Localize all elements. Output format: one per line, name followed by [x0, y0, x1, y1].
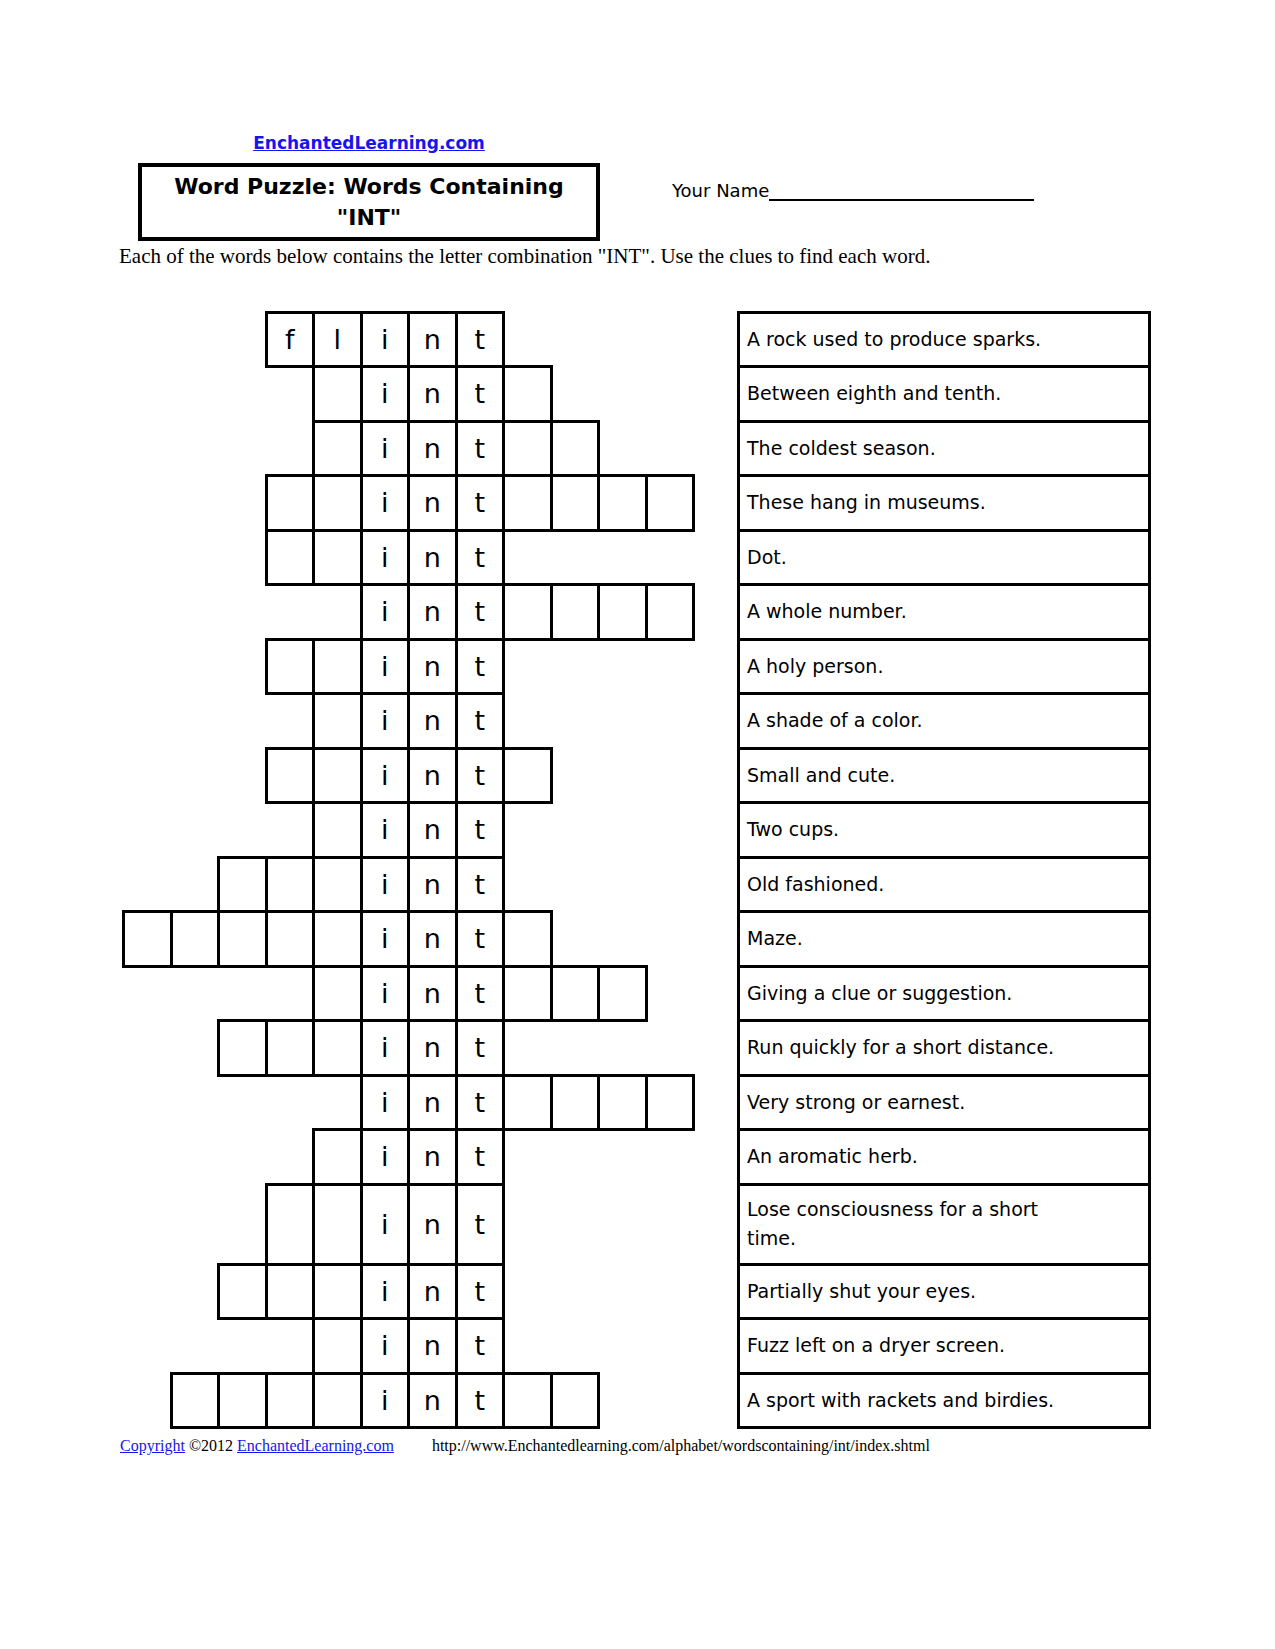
grid-cell-letter: t	[455, 529, 506, 587]
grid-cell-empty[interactable]	[550, 965, 601, 1023]
clue-row: Run quickly for a short distance.	[737, 1019, 1151, 1077]
grid-cell-empty[interactable]	[645, 583, 696, 641]
clue-row: Lose consciousness for a short time.	[737, 1183, 1151, 1266]
grid-cell-empty[interactable]	[265, 856, 316, 914]
grid-row: int	[360, 1074, 696, 1132]
grid-cell-empty[interactable]	[597, 583, 648, 641]
clue-row: A sport with rackets and birdies.	[737, 1372, 1151, 1430]
grid-row: int	[312, 692, 505, 750]
grid-cell-empty[interactable]	[170, 1372, 221, 1430]
grid-cell-letter: n	[407, 638, 458, 696]
worksheet-page: EnchantedLearning.com Word Puzzle: Words…	[0, 0, 1275, 1649]
grid-cell-empty[interactable]	[550, 1372, 601, 1430]
clue-row: Giving a clue or suggestion.	[737, 965, 1151, 1023]
grid-cell-empty[interactable]	[217, 1019, 268, 1077]
grid-cell-letter: n	[407, 910, 458, 968]
clue-row: A shade of a color.	[737, 692, 1151, 750]
clue-row: These hang in museums.	[737, 474, 1151, 532]
grid-cell-empty[interactable]	[597, 1074, 648, 1132]
clue-row: Old fashioned.	[737, 856, 1151, 914]
page-title-line1: Word Puzzle: Words Containing	[174, 171, 564, 202]
grid-cell-letter: n	[407, 529, 458, 587]
grid-cell-empty[interactable]	[217, 856, 268, 914]
grid-cell-letter: n	[407, 1317, 458, 1375]
grid-cell-letter: i	[360, 365, 411, 423]
grid-row: int	[217, 1263, 505, 1321]
grid-cell-letter: n	[407, 1128, 458, 1186]
grid-cell-empty[interactable]	[502, 1372, 553, 1430]
grid-cell-letter: i	[360, 583, 411, 641]
clue-row: Small and cute.	[737, 747, 1151, 805]
clue-row: A rock used to produce sparks.	[737, 311, 1151, 369]
grid-cell-empty[interactable]	[312, 801, 363, 859]
grid-cell-letter: i	[360, 856, 411, 914]
grid-cell-letter: n	[407, 1074, 458, 1132]
grid-row: int	[312, 801, 505, 859]
grid-cell-empty[interactable]	[312, 692, 363, 750]
grid-cell-letter: i	[360, 311, 411, 369]
your-name-label: Your Name	[672, 180, 769, 201]
grid-cell-letter: i	[360, 1074, 411, 1132]
grid-cell-letter: t	[455, 856, 506, 914]
grid-cell-letter: t	[455, 801, 506, 859]
grid-cell-empty[interactable]	[550, 583, 601, 641]
source-url: http://www.Enchantedlearning.com/alphabe…	[432, 1437, 930, 1454]
grid-cell-empty[interactable]	[312, 910, 363, 968]
grid-cell-empty[interactable]	[597, 474, 648, 532]
grid-cell-letter: t	[455, 583, 506, 641]
grid-cell-letter: n	[407, 965, 458, 1023]
grid-cell-empty[interactable]	[265, 1019, 316, 1077]
grid-row: int	[312, 965, 648, 1023]
your-name-input-line[interactable]	[769, 181, 1034, 201]
grid-cell-letter: n	[407, 1183, 458, 1266]
grid-cell-letter: n	[407, 583, 458, 641]
grid-row: int	[265, 529, 506, 587]
page-title-line2: "INT"	[337, 202, 402, 233]
grid-cell-empty[interactable]	[502, 1074, 553, 1132]
grid-cell-empty[interactable]	[502, 583, 553, 641]
grid-cell-empty[interactable]	[265, 638, 316, 696]
grid-cell-empty[interactable]	[122, 910, 173, 968]
grid-cell-letter: i	[360, 747, 411, 805]
grid-cell-letter: t	[455, 910, 506, 968]
clue-row: The coldest season.	[737, 420, 1151, 478]
grid-cell-letter: n	[407, 420, 458, 478]
grid-cell-letter: t	[455, 692, 506, 750]
grid-row: int	[265, 1183, 506, 1266]
grid-cell-empty[interactable]	[645, 1074, 696, 1132]
footer: Copyright ©2012 EnchantedLearning.com ht…	[120, 1437, 930, 1455]
clue-row: A whole number.	[737, 583, 1151, 641]
clue-row: Very strong or earnest.	[737, 1074, 1151, 1132]
grid-cell-empty[interactable]	[265, 747, 316, 805]
copyright-link[interactable]: Copyright	[120, 1437, 185, 1454]
grid-cell-letter: t	[455, 1128, 506, 1186]
grid-cell-letter: n	[407, 365, 458, 423]
grid-cell-letter: t	[455, 1317, 506, 1375]
grid-cell-letter: n	[407, 311, 458, 369]
grid-cell-empty[interactable]	[265, 1263, 316, 1321]
grid-row: int	[312, 420, 600, 478]
grid-cell-letter: i	[360, 474, 411, 532]
grid-cell-letter: t	[455, 1019, 506, 1077]
grid-cell-empty[interactable]	[265, 474, 316, 532]
enchantedlearning-site-link[interactable]: EnchantedLearning.com	[138, 133, 600, 153]
grid-cell-letter: t	[455, 474, 506, 532]
grid-cell-empty[interactable]	[265, 1372, 316, 1430]
grid-cell-letter: t	[455, 965, 506, 1023]
grid-cell-letter: i	[360, 1372, 411, 1430]
grid-cell-empty[interactable]	[312, 1317, 363, 1375]
grid-cell-letter: n	[407, 1263, 458, 1321]
grid-cell-letter: i	[360, 692, 411, 750]
grid-cell-empty[interactable]	[597, 965, 648, 1023]
grid-row: int	[217, 856, 505, 914]
your-name-block: Your Name	[672, 180, 1034, 201]
grid-cell-letter: t	[455, 365, 506, 423]
grid-cell-empty[interactable]	[502, 420, 553, 478]
grid-row: int	[170, 1372, 601, 1430]
grid-cell-empty[interactable]	[170, 910, 221, 968]
grid-row: int	[312, 1317, 505, 1375]
instruction-text: Each of the words below contains the let…	[119, 244, 1169, 269]
grid-cell-letter: t	[455, 311, 506, 369]
grid-cell-letter: t	[455, 747, 506, 805]
grid-cell-empty[interactable]	[550, 474, 601, 532]
grid-cell-letter: t	[455, 420, 506, 478]
grid-cell-letter: i	[360, 1183, 411, 1266]
grid-cell-letter: f	[265, 311, 316, 369]
clue-row: Between eighth and tenth.	[737, 365, 1151, 423]
grid-cell-empty[interactable]	[265, 910, 316, 968]
grid-cell-empty[interactable]	[312, 747, 363, 805]
grid-row: int	[360, 583, 696, 641]
grid-cell-letter: i	[360, 1317, 411, 1375]
grid-cell-empty[interactable]	[502, 965, 553, 1023]
grid-cell-letter: i	[360, 529, 411, 587]
grid-cell-empty[interactable]	[217, 1263, 268, 1321]
clue-row: A holy person.	[737, 638, 1151, 696]
grid-cell-empty[interactable]	[550, 1074, 601, 1132]
grid-cell-empty[interactable]	[265, 529, 316, 587]
grid-row: int	[265, 747, 553, 805]
grid-cell-empty[interactable]	[312, 638, 363, 696]
grid-row: int	[312, 365, 553, 423]
title-box: Word Puzzle: Words Containing "INT"	[138, 163, 600, 241]
grid-cell-letter: n	[407, 474, 458, 532]
copyright-year: ©2012	[189, 1437, 233, 1454]
grid-row: int	[122, 910, 553, 968]
grid-cell-letter: t	[455, 1183, 506, 1266]
grid-cell-letter: i	[360, 1263, 411, 1321]
grid-row: int	[265, 474, 696, 532]
grid-cell-letter: i	[360, 638, 411, 696]
grid-cell-empty[interactable]	[502, 910, 553, 968]
grid-cell-empty[interactable]	[645, 474, 696, 532]
grid-cell-letter: i	[360, 1128, 411, 1186]
grid-cell-letter: n	[407, 747, 458, 805]
grid-cell-empty[interactable]	[502, 474, 553, 532]
grid-cell-empty[interactable]	[312, 529, 363, 587]
grid-cell-empty[interactable]	[312, 1183, 363, 1266]
grid-cell-empty[interactable]	[217, 1372, 268, 1430]
grid-cell-empty[interactable]	[312, 1263, 363, 1321]
grid-cell-letter: n	[407, 1019, 458, 1077]
grid-cell-letter: n	[407, 801, 458, 859]
grid-cell-letter: i	[360, 801, 411, 859]
grid-cell-letter: t	[455, 1372, 506, 1430]
grid-cell-empty[interactable]	[312, 1128, 363, 1186]
clue-row: Dot.	[737, 529, 1151, 587]
clue-row: Fuzz left on a dryer screen.	[737, 1317, 1151, 1375]
clue-row: An aromatic herb.	[737, 1128, 1151, 1186]
grid-row: flint	[265, 311, 506, 369]
grid-cell-letter: i	[360, 965, 411, 1023]
grid-cell-empty[interactable]	[312, 474, 363, 532]
grid-row: int	[265, 638, 506, 696]
footer-site-link[interactable]: EnchantedLearning.com	[237, 1437, 394, 1454]
grid-cell-letter: l	[312, 311, 363, 369]
grid-cell-empty[interactable]	[550, 420, 601, 478]
grid-cell-letter: t	[455, 638, 506, 696]
grid-cell-empty[interactable]	[312, 420, 363, 478]
clue-row: Two cups.	[737, 801, 1151, 859]
grid-cell-letter: i	[360, 910, 411, 968]
grid-cell-empty[interactable]	[312, 365, 363, 423]
grid-cell-empty[interactable]	[312, 856, 363, 914]
grid-cell-letter: n	[407, 856, 458, 914]
grid-cell-empty[interactable]	[265, 1183, 316, 1266]
grid-cell-empty[interactable]	[312, 1372, 363, 1430]
grid-cell-letter: i	[360, 1019, 411, 1077]
grid-row: int	[312, 1128, 505, 1186]
grid-cell-letter: t	[455, 1263, 506, 1321]
grid-row: int	[217, 1019, 505, 1077]
grid-cell-empty[interactable]	[312, 965, 363, 1023]
clue-row: Partially shut your eyes.	[737, 1263, 1151, 1321]
grid-cell-empty[interactable]	[312, 1019, 363, 1077]
clue-row: Maze.	[737, 910, 1151, 968]
grid-cell-empty[interactable]	[217, 910, 268, 968]
grid-cell-empty[interactable]	[502, 365, 553, 423]
grid-cell-letter: n	[407, 1372, 458, 1430]
grid-cell-letter: n	[407, 692, 458, 750]
grid-cell-letter: i	[360, 420, 411, 478]
grid-cell-letter: t	[455, 1074, 506, 1132]
grid-cell-empty[interactable]	[502, 747, 553, 805]
